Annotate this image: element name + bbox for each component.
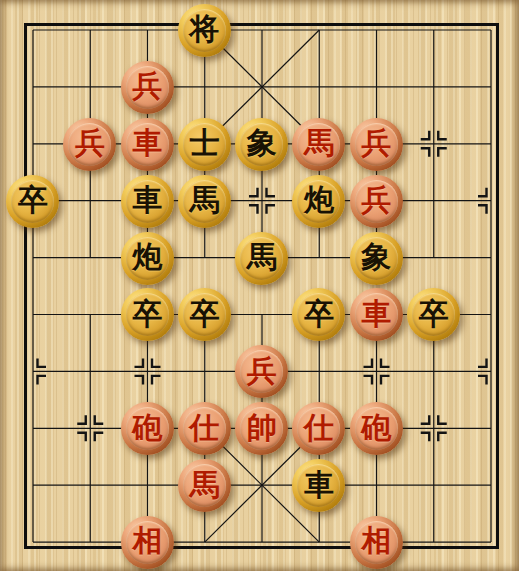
piece-face: 馬 [183,464,226,507]
piece-black-cannon[interactable]: 炮 [121,232,174,285]
piece-face: 卒 [297,293,340,336]
intersection-0-3[interactable]: 卒 [4,173,61,230]
intersection-2-8[interactable] [119,457,176,514]
intersection-1-2[interactable]: 兵 [61,116,118,173]
intersection-0-7[interactable] [4,400,61,457]
intersection-2-0[interactable] [119,2,176,59]
piece-face: 士 [183,123,226,166]
intersection-5-5[interactable]: 卒 [290,286,347,343]
piece-face: 砲 [126,407,169,450]
intersection-4-2[interactable]: 象 [233,116,290,173]
intersection-5-6[interactable] [290,343,347,400]
piece-glyph: 象 [247,128,277,158]
intersection-8-2[interactable] [462,116,519,173]
piece-red-chariot[interactable]: 車 [121,118,174,171]
piece-glyph: 炮 [132,242,162,272]
intersection-7-5[interactable]: 卒 [405,286,462,343]
piece-black-horse[interactable]: 馬 [178,175,231,228]
intersection-6-0[interactable] [348,2,405,59]
piece-face: 象 [240,123,283,166]
intersection-3-3[interactable]: 馬 [176,173,233,230]
piece-face: 相 [126,521,169,564]
intersection-4-0[interactable] [233,2,290,59]
intersection-8-7[interactable] [462,400,519,457]
intersection-0-5[interactable] [4,286,61,343]
intersection-4-3[interactable] [233,173,290,230]
intersection-6-4[interactable]: 象 [348,230,405,287]
intersection-2-4[interactable]: 炮 [119,230,176,287]
intersection-6-1[interactable] [348,59,405,116]
piece-glyph: 兵 [247,356,277,386]
piece-face: 帥 [240,407,283,450]
intersection-4-9[interactable] [233,514,290,571]
intersection-4-1[interactable] [233,59,290,116]
intersection-8-0[interactable] [462,2,519,59]
intersection-1-6[interactable] [61,343,118,400]
piece-face: 仕 [183,407,226,450]
intersection-5-7[interactable]: 仕 [290,400,347,457]
intersection-7-8[interactable] [405,457,462,514]
intersection-5-2[interactable]: 馬 [290,116,347,173]
piece-glyph: 相 [361,526,391,556]
intersection-0-8[interactable] [4,457,61,514]
intersection-3-6[interactable] [176,343,233,400]
intersection-2-2[interactable]: 車 [119,116,176,173]
piece-glyph: 砲 [132,413,162,443]
piece-black-soldier[interactable]: 卒 [6,175,59,228]
intersection-1-8[interactable] [61,457,118,514]
piece-black-chariot[interactable]: 車 [121,175,174,228]
intersection-5-4[interactable] [290,230,347,287]
piece-red-soldier[interactable]: 兵 [350,118,403,171]
piece-face: 卒 [183,293,226,336]
intersection-3-0[interactable]: 将 [176,2,233,59]
piece-face: 兵 [126,66,169,109]
intersection-4-6[interactable]: 兵 [233,343,290,400]
intersection-5-1[interactable] [290,59,347,116]
piece-glyph: 将 [189,14,219,44]
piece-face: 炮 [297,180,340,223]
intersection-2-3[interactable]: 車 [119,173,176,230]
piece-face: 馬 [297,123,340,166]
piece-glyph: 馬 [189,470,219,500]
piece-face: 将 [183,9,226,52]
intersection-1-1[interactable] [61,59,118,116]
intersection-2-9[interactable]: 相 [119,514,176,571]
intersection-5-3[interactable]: 炮 [290,173,347,230]
intersection-0-2[interactable] [4,116,61,173]
piece-glyph: 車 [132,185,162,215]
piece-red-cannon[interactable]: 砲 [121,402,174,455]
intersection-7-7[interactable] [405,400,462,457]
intersection-0-9[interactable] [4,514,61,571]
intersection-2-6[interactable] [119,343,176,400]
intersection-3-7[interactable]: 仕 [176,400,233,457]
intersection-0-0[interactable] [4,2,61,59]
piece-glyph: 卒 [418,299,448,329]
intersection-0-1[interactable] [4,59,61,116]
intersection-8-1[interactable] [462,59,519,116]
piece-face: 兵 [355,123,398,166]
piece-red-horse[interactable]: 馬 [292,118,345,171]
piece-glyph: 相 [132,526,162,556]
piece-red-soldier[interactable]: 兵 [121,61,174,114]
piece-red-horse[interactable]: 馬 [178,459,231,512]
intersection-3-4[interactable] [176,230,233,287]
intersection-2-5[interactable]: 卒 [119,286,176,343]
piece-black-soldier[interactable]: 卒 [292,288,345,341]
intersection-6-7[interactable]: 砲 [348,400,405,457]
piece-black-chariot[interactable]: 車 [292,459,345,512]
intersection-4-7[interactable]: 帥 [233,400,290,457]
intersection-3-2[interactable]: 士 [176,116,233,173]
intersection-7-6[interactable] [405,343,462,400]
intersection-6-6[interactable] [348,343,405,400]
piece-glyph: 象 [361,242,391,272]
piece-face: 車 [297,464,340,507]
piece-face: 車 [355,293,398,336]
piece-glyph: 士 [189,128,219,158]
piece-glyph: 兵 [361,185,391,215]
piece-glyph: 馬 [189,185,219,215]
intersection-3-9[interactable] [176,514,233,571]
intersection-7-3[interactable] [405,173,462,230]
piece-face: 馬 [240,237,283,280]
piece-red-soldier[interactable]: 兵 [350,175,403,228]
intersection-7-0[interactable] [405,2,462,59]
board-grid: 将兵兵車士象馬兵卒車馬炮兵炮馬象卒卒卒車卒兵砲仕帥仕砲馬車相相 [4,2,519,571]
intersection-6-8[interactable] [348,457,405,514]
piece-glyph: 馬 [247,242,277,272]
piece-face: 炮 [126,237,169,280]
piece-face: 兵 [355,180,398,223]
intersection-4-8[interactable] [233,457,290,514]
piece-red-soldier[interactable]: 兵 [235,345,288,398]
piece-glyph: 帥 [247,413,277,443]
intersection-5-0[interactable] [290,2,347,59]
piece-red-advisor[interactable]: 仕 [178,402,231,455]
piece-red-advisor[interactable]: 仕 [292,402,345,455]
piece-glyph: 卒 [18,185,48,215]
piece-face: 仕 [297,407,340,450]
intersection-8-5[interactable] [462,286,519,343]
piece-face: 兵 [240,350,283,393]
piece-black-cannon[interactable]: 炮 [292,175,345,228]
intersection-8-9[interactable] [462,514,519,571]
piece-glyph: 兵 [75,128,105,158]
piece-glyph: 車 [132,128,162,158]
intersection-4-5[interactable] [233,286,290,343]
piece-face: 馬 [183,180,226,223]
piece-glyph: 仕 [189,413,219,443]
intersection-5-9[interactable] [290,514,347,571]
piece-glyph: 炮 [304,185,334,215]
piece-face: 相 [355,521,398,564]
intersection-5-8[interactable]: 車 [290,457,347,514]
piece-face: 車 [126,180,169,223]
piece-glyph: 卒 [132,299,162,329]
piece-face: 卒 [412,293,455,336]
intersection-4-4[interactable]: 馬 [233,230,290,287]
piece-black-soldier[interactable]: 卒 [121,288,174,341]
intersection-0-4[interactable] [4,230,61,287]
piece-black-elephant[interactable]: 象 [235,118,288,171]
piece-red-soldier[interactable]: 兵 [63,118,116,171]
intersection-1-9[interactable] [61,514,118,571]
intersection-6-5[interactable]: 車 [348,286,405,343]
piece-black-horse[interactable]: 馬 [235,232,288,285]
piece-face: 象 [355,237,398,280]
xiangqi-board: 将兵兵車士象馬兵卒車馬炮兵炮馬象卒卒卒車卒兵砲仕帥仕砲馬車相相 [0,0,519,571]
intersection-2-7[interactable]: 砲 [119,400,176,457]
intersection-1-5[interactable] [61,286,118,343]
piece-glyph: 砲 [361,413,391,443]
piece-face: 卒 [11,180,54,223]
intersection-7-4[interactable] [405,230,462,287]
intersection-6-2[interactable]: 兵 [348,116,405,173]
intersection-6-9[interactable]: 相 [348,514,405,571]
piece-glyph: 兵 [132,71,162,101]
piece-glyph: 卒 [304,299,334,329]
intersection-8-8[interactable] [462,457,519,514]
intersection-1-4[interactable] [61,230,118,287]
intersection-3-8[interactable]: 馬 [176,457,233,514]
piece-black-soldier[interactable]: 卒 [178,288,231,341]
intersection-7-2[interactable] [405,116,462,173]
piece-face: 砲 [355,407,398,450]
intersection-1-0[interactable] [61,2,118,59]
piece-face: 兵 [68,123,111,166]
piece-black-elephant[interactable]: 象 [350,232,403,285]
piece-glyph: 車 [361,299,391,329]
intersection-6-3[interactable]: 兵 [348,173,405,230]
piece-glyph: 仕 [304,413,334,443]
piece-red-elephant[interactable]: 相 [121,516,174,569]
piece-face: 卒 [126,293,169,336]
intersection-3-5[interactable]: 卒 [176,286,233,343]
intersection-8-3[interactable] [462,173,519,230]
intersection-8-4[interactable] [462,230,519,287]
piece-glyph: 兵 [361,128,391,158]
piece-black-general[interactable]: 将 [178,4,231,57]
piece-red-general[interactable]: 帥 [235,402,288,455]
piece-black-soldier[interactable]: 卒 [407,288,460,341]
intersection-1-7[interactable] [61,400,118,457]
piece-glyph: 馬 [304,128,334,158]
intersection-1-3[interactable] [61,173,118,230]
piece-red-chariot[interactable]: 車 [350,288,403,341]
intersection-2-1[interactable]: 兵 [119,59,176,116]
piece-red-cannon[interactable]: 砲 [350,402,403,455]
piece-glyph: 車 [304,470,334,500]
piece-face: 車 [126,123,169,166]
intersection-7-9[interactable] [405,514,462,571]
intersection-7-1[interactable] [405,59,462,116]
intersection-8-6[interactable] [462,343,519,400]
piece-glyph: 卒 [189,299,219,329]
intersection-0-6[interactable] [4,343,61,400]
piece-red-elephant[interactable]: 相 [350,516,403,569]
piece-black-advisor[interactable]: 士 [178,118,231,171]
intersection-3-1[interactable] [176,59,233,116]
